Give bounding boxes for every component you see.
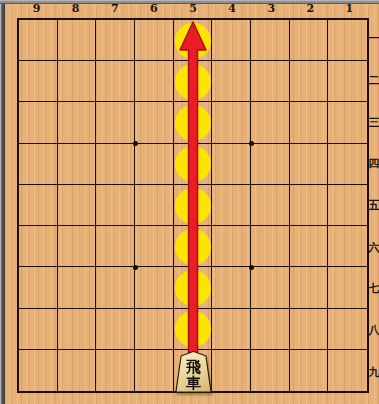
square-7-5[interactable]: [96, 185, 135, 226]
rook-kanji-top: 飛: [186, 359, 201, 375]
star-point: [133, 141, 138, 146]
square-4-5[interactable]: [212, 185, 251, 226]
highlight-5-1[interactable]: [175, 23, 211, 59]
square-1-7[interactable]: [328, 267, 367, 308]
rank-label-2: 二: [369, 60, 379, 102]
square-7-2[interactable]: [96, 61, 135, 102]
square-6-3[interactable]: [135, 102, 174, 143]
square-9-3[interactable]: [19, 102, 58, 143]
file-label-5: 5: [173, 2, 212, 16]
square-4-4[interactable]: [212, 144, 251, 185]
file-label-2: 2: [291, 2, 330, 16]
rook-kanji-bottom: 車: [186, 375, 201, 391]
square-8-5[interactable]: [58, 185, 97, 226]
square-6-4[interactable]: [135, 144, 174, 185]
rank-label-5: 五: [369, 185, 379, 227]
square-4-9[interactable]: [212, 350, 251, 391]
highlight-5-4[interactable]: [175, 146, 211, 182]
square-2-6[interactable]: [290, 226, 329, 267]
square-2-8[interactable]: [290, 309, 329, 350]
square-4-1[interactable]: [212, 20, 251, 61]
rank-label-1: 一: [369, 18, 379, 60]
rank-label-8: 八: [369, 310, 379, 352]
highlight-5-3[interactable]: [175, 105, 211, 141]
highlight-5-6[interactable]: [175, 229, 211, 265]
square-1-4[interactable]: [328, 144, 367, 185]
square-6-1[interactable]: [135, 20, 174, 61]
square-3-6[interactable]: [251, 226, 290, 267]
square-7-4[interactable]: [96, 144, 135, 185]
square-8-3[interactable]: [58, 102, 97, 143]
square-9-8[interactable]: [19, 309, 58, 350]
square-3-8[interactable]: [251, 309, 290, 350]
square-2-1[interactable]: [290, 20, 329, 61]
square-1-8[interactable]: [328, 309, 367, 350]
square-9-9[interactable]: [19, 350, 58, 391]
file-label-8: 8: [56, 2, 95, 16]
square-4-2[interactable]: [212, 61, 251, 102]
square-6-6[interactable]: [135, 226, 174, 267]
rank-label-7: 七: [369, 268, 379, 310]
square-3-4[interactable]: [251, 144, 290, 185]
square-3-5[interactable]: [251, 185, 290, 226]
file-label-1: 1: [330, 2, 369, 16]
square-8-6[interactable]: [58, 226, 97, 267]
square-9-5[interactable]: [19, 185, 58, 226]
square-8-2[interactable]: [58, 61, 97, 102]
square-1-5[interactable]: [328, 185, 367, 226]
square-3-3[interactable]: [251, 102, 290, 143]
highlight-5-2[interactable]: [175, 64, 211, 100]
window-left-edge: [0, 0, 5, 404]
square-9-6[interactable]: [19, 226, 58, 267]
square-6-9[interactable]: [135, 350, 174, 391]
window-top-edge: [0, 0, 379, 4]
square-8-8[interactable]: [58, 309, 97, 350]
square-7-1[interactable]: [96, 20, 135, 61]
file-label-6: 6: [134, 2, 173, 16]
highlight-5-5[interactable]: [175, 188, 211, 224]
square-7-8[interactable]: [96, 309, 135, 350]
square-4-3[interactable]: [212, 102, 251, 143]
rank-label-9: 九: [369, 351, 379, 393]
square-3-2[interactable]: [251, 61, 290, 102]
square-8-9[interactable]: [58, 350, 97, 391]
square-6-5[interactable]: [135, 185, 174, 226]
square-6-8[interactable]: [135, 309, 174, 350]
square-2-5[interactable]: [290, 185, 329, 226]
square-8-1[interactable]: [58, 20, 97, 61]
square-3-7[interactable]: [251, 267, 290, 308]
square-9-4[interactable]: [19, 144, 58, 185]
square-2-9[interactable]: [290, 350, 329, 391]
star-point: [249, 141, 254, 146]
rook-piece[interactable]: 飛 車: [174, 351, 213, 393]
square-4-6[interactable]: [212, 226, 251, 267]
star-point: [249, 265, 254, 270]
highlight-5-7[interactable]: [175, 270, 211, 306]
square-8-4[interactable]: [58, 144, 97, 185]
square-8-7[interactable]: [58, 267, 97, 308]
square-6-7[interactable]: [135, 267, 174, 308]
file-label-7: 7: [95, 2, 134, 16]
square-2-4[interactable]: [290, 144, 329, 185]
square-9-1[interactable]: [19, 20, 58, 61]
square-1-9[interactable]: [328, 350, 367, 391]
square-2-2[interactable]: [290, 61, 329, 102]
rank-label-3: 三: [369, 101, 379, 143]
square-4-7[interactable]: [212, 267, 251, 308]
square-7-3[interactable]: [96, 102, 135, 143]
square-7-7[interactable]: [96, 267, 135, 308]
shogi-window: 987654321 一二三四五六七八九 飛 車: [0, 0, 379, 404]
square-7-9[interactable]: [96, 350, 135, 391]
square-9-2[interactable]: [19, 61, 58, 102]
highlight-5-8[interactable]: [175, 311, 211, 347]
square-6-2[interactable]: [135, 61, 174, 102]
star-point: [133, 265, 138, 270]
rank-label-4: 四: [369, 143, 379, 185]
square-2-7[interactable]: [290, 267, 329, 308]
square-1-3[interactable]: [328, 102, 367, 143]
square-1-2[interactable]: [328, 61, 367, 102]
square-3-9[interactable]: [251, 350, 290, 391]
file-label-4: 4: [213, 2, 252, 16]
file-label-3: 3: [252, 2, 291, 16]
square-3-1[interactable]: [251, 20, 290, 61]
square-1-6[interactable]: [328, 226, 367, 267]
rank-label-6: 六: [369, 226, 379, 268]
square-7-6[interactable]: [96, 226, 135, 267]
square-1-1[interactable]: [328, 20, 367, 61]
file-label-9: 9: [17, 2, 56, 16]
square-2-3[interactable]: [290, 102, 329, 143]
square-9-7[interactable]: [19, 267, 58, 308]
square-4-8[interactable]: [212, 309, 251, 350]
